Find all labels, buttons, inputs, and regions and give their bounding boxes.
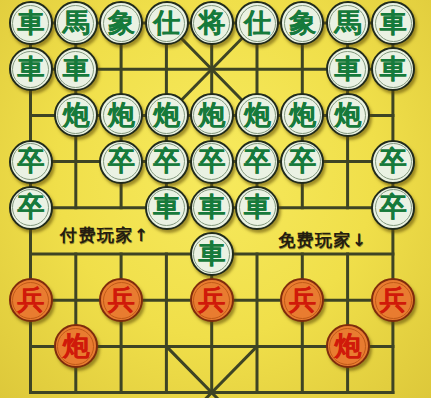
piece-green-仕-f3r0[interactable]: 仕 [144, 0, 189, 46]
piece-red-兵-f2r6[interactable]: 兵 [99, 277, 144, 323]
piece-red-炮-f7r7[interactable]: 炮 [325, 323, 370, 369]
piece-green-卒-f8r4[interactable]: 卒 [370, 185, 415, 231]
piece-green-卒-f2r3[interactable]: 卒 [99, 139, 144, 185]
piece-green-車-f7r1[interactable]: 車 [325, 46, 370, 92]
piece-red-炮-f1r7[interactable]: 炮 [53, 323, 98, 369]
piece-green-仕-f5r0[interactable]: 仕 [234, 0, 279, 46]
piece-green-車-f3r4[interactable]: 車 [144, 185, 189, 231]
piece-green-卒-f5r3[interactable]: 卒 [234, 139, 279, 185]
piece-green-卒-f3r3[interactable]: 卒 [144, 139, 189, 185]
piece-grid: 車馬象仕将仕象馬車車車車車炮炮炮炮炮炮炮卒卒卒卒卒卒卒卒車車車卒車兵兵兵兵兵炮炮 [8, 0, 416, 398]
piece-green-炮-f2r2[interactable]: 炮 [99, 92, 144, 138]
piece-green-炮-f3r2[interactable]: 炮 [144, 92, 189, 138]
piece-green-車-f1r1[interactable]: 車 [53, 46, 98, 92]
piece-green-馬-f1r0[interactable]: 馬 [53, 0, 98, 46]
piece-green-炮-f4r2[interactable]: 炮 [189, 92, 234, 138]
piece-green-卒-f0r4[interactable]: 卒 [8, 185, 53, 231]
xiangqi-board: 車馬象仕将仕象馬車車車車車炮炮炮炮炮炮炮卒卒卒卒卒卒卒卒車車車卒車兵兵兵兵兵炮炮… [0, 0, 431, 398]
piece-green-卒-f8r3[interactable]: 卒 [370, 139, 415, 185]
piece-red-兵-f6r6[interactable]: 兵 [280, 277, 325, 323]
paid-player-label: 付费玩家↑ [60, 224, 150, 247]
piece-green-車-f8r0[interactable]: 車 [370, 0, 415, 46]
piece-green-卒-f6r3[interactable]: 卒 [280, 139, 325, 185]
piece-green-馬-f7r0[interactable]: 馬 [325, 0, 370, 46]
piece-green-車-f0r1[interactable]: 車 [8, 46, 53, 92]
piece-green-車-f4r5[interactable]: 車 [189, 231, 234, 277]
piece-green-車-f8r1[interactable]: 車 [370, 46, 415, 92]
piece-green-炮-f5r2[interactable]: 炮 [234, 92, 279, 138]
piece-red-兵-f8r6[interactable]: 兵 [370, 277, 415, 323]
piece-green-炮-f6r2[interactable]: 炮 [280, 92, 325, 138]
piece-green-象-f2r0[interactable]: 象 [99, 0, 144, 46]
piece-green-将-f4r0[interactable]: 将 [189, 0, 234, 46]
piece-green-卒-f4r3[interactable]: 卒 [189, 139, 234, 185]
piece-green-車-f0r0[interactable]: 車 [8, 0, 53, 46]
piece-red-兵-f0r6[interactable]: 兵 [8, 277, 53, 323]
piece-green-炮-f1r2[interactable]: 炮 [53, 92, 98, 138]
piece-green-車-f5r4[interactable]: 車 [234, 185, 279, 231]
piece-green-炮-f7r2[interactable]: 炮 [325, 92, 370, 138]
piece-red-兵-f4r6[interactable]: 兵 [189, 277, 234, 323]
piece-green-象-f6r0[interactable]: 象 [280, 0, 325, 46]
free-player-label: 免费玩家↓ [278, 229, 368, 252]
piece-green-車-f4r4[interactable]: 車 [189, 185, 234, 231]
piece-green-卒-f0r3[interactable]: 卒 [8, 139, 53, 185]
